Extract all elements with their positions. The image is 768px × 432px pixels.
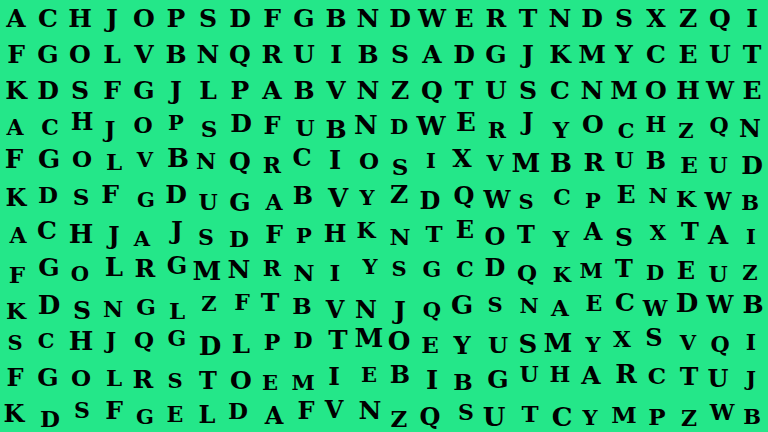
grid-cell-r6c7[interactable]: U [192, 180, 224, 216]
grid-cell-r1c9[interactable]: F [256, 0, 288, 36]
grid-cell-r5c18[interactable]: B [544, 144, 576, 180]
grid-cell-r1c21[interactable]: X [640, 0, 672, 36]
grid-cell-r9c16[interactable]: S [480, 288, 512, 324]
grid-cell-r6c3[interactable]: S [64, 180, 96, 216]
letter-glyph: P [231, 78, 250, 103]
grid-cell-r10c3[interactable]: H [64, 324, 96, 360]
grid-cell-r3c20[interactable]: M [608, 72, 640, 108]
grid-cell-r4c9[interactable]: F [256, 108, 288, 144]
grid-cell-r11c2[interactable]: G [32, 360, 64, 396]
grid-cell-r2c16[interactable]: G [480, 36, 512, 72]
grid-cell-r7c12[interactable]: K [352, 216, 384, 252]
grid-cell-r4c2[interactable]: C [32, 108, 64, 144]
grid-cell-r6c13[interactable]: Z [384, 180, 416, 216]
grid-cell-r11c6[interactable]: S [160, 360, 192, 396]
grid-cell-r7c16[interactable]: O [480, 216, 512, 252]
grid-cell-r6c11[interactable]: V [320, 180, 352, 216]
grid-cell-r3c2[interactable]: D [32, 72, 64, 108]
grid-cell-r2c2[interactable]: G [32, 36, 64, 72]
grid-cell-r2c11[interactable]: I [320, 36, 352, 72]
grid-cell-r12c24[interactable]: B [736, 396, 768, 432]
grid-cell-r3c15[interactable]: T [448, 72, 480, 108]
grid-cell-r9c15[interactable]: G [448, 288, 480, 324]
grid-cell-r3c11[interactable]: V [320, 72, 352, 108]
grid-cell-r9c18[interactable]: A [544, 288, 576, 324]
grid-cell-r7c4[interactable]: J [96, 216, 128, 252]
grid-cell-r12c8[interactable]: D [224, 396, 256, 432]
grid-cell-r5c16[interactable]: V [480, 144, 512, 180]
grid-cell-r7c5[interactable]: A [128, 216, 160, 252]
grid-cell-r11c18[interactable]: H [544, 360, 576, 396]
grid-cell-r5c19[interactable]: R [576, 144, 608, 180]
grid-cell-r12c7[interactable]: L [192, 396, 224, 432]
grid-cell-r7c6[interactable]: J [160, 216, 192, 252]
grid-cell-r9c1[interactable]: K [0, 288, 32, 324]
grid-cell-r11c8[interactable]: O [224, 360, 256, 396]
grid-cell-r4c3[interactable]: H [64, 108, 96, 144]
grid-cell-r6c15[interactable]: Q [448, 180, 480, 216]
grid-cell-r9c19[interactable]: E [576, 288, 608, 324]
grid-cell-r6c9[interactable]: A [256, 180, 288, 216]
grid-cell-r2c15[interactable]: D [448, 36, 480, 72]
grid-cell-r6c1[interactable]: K [0, 180, 32, 216]
grid-cell-r11c9[interactable]: E [256, 360, 288, 396]
grid-cell-r1c10[interactable]: G [288, 0, 320, 36]
grid-cell-r9c20[interactable]: C [608, 288, 640, 324]
grid-cell-r2c20[interactable]: Y [608, 36, 640, 72]
grid-cell-r11c23[interactable]: U [704, 360, 736, 396]
letter-glyph: Z [679, 6, 697, 31]
grid-cell-r4c23[interactable]: Q [704, 108, 736, 144]
grid-cell-r12c12[interactable]: N [352, 396, 384, 432]
grid-cell-r9c11[interactable]: V [320, 288, 352, 324]
grid-cell-r6c24[interactable]: B [736, 180, 768, 216]
grid-cell-r12c19[interactable]: Y [576, 396, 608, 432]
grid-cell-r9c7[interactable]: Z [192, 288, 224, 324]
grid-cell-r6c2[interactable]: D [32, 180, 64, 216]
grid-cell-r6c4[interactable]: F [96, 180, 128, 216]
grid-cell-r6c16[interactable]: W [480, 180, 512, 216]
grid-cell-r8c22[interactable]: E [672, 252, 704, 288]
grid-cell-r4c12[interactable]: N [352, 108, 384, 144]
grid-cell-r4c15[interactable]: E [448, 108, 480, 144]
grid-cell-r8c14[interactable]: G [416, 252, 448, 288]
grid-cell-r1c4[interactable]: J [96, 0, 128, 36]
grid-cell-r10c4[interactable]: J [96, 324, 128, 360]
grid-cell-r5c23[interactable]: U [704, 144, 736, 180]
grid-cell-r1c20[interactable]: S [608, 0, 640, 36]
grid-cell-r8c15[interactable]: C [448, 252, 480, 288]
grid-cell-r9c3[interactable]: S [64, 288, 96, 324]
grid-cell-r11c17[interactable]: U [512, 360, 544, 396]
grid-cell-r1c13[interactable]: D [384, 0, 416, 36]
grid-cell-r9c8[interactable]: F [224, 288, 256, 324]
grid-cell-r10c8[interactable]: L [224, 324, 256, 360]
grid-cell-r7c2[interactable]: C [32, 216, 64, 252]
grid-cell-r12c16[interactable]: U [480, 396, 512, 432]
grid-cell-r12c11[interactable]: V [320, 396, 352, 432]
grid-cell-r9c9[interactable]: T [256, 288, 288, 324]
grid-cell-r7c18[interactable]: Y [544, 216, 576, 252]
grid-cell-r9c22[interactable]: D [672, 288, 704, 324]
grid-cell-r5c22[interactable]: E [672, 144, 704, 180]
grid-cell-r11c19[interactable]: A [576, 360, 608, 396]
grid-cell-r3c8[interactable]: P [224, 72, 256, 108]
letter-glyph: F [263, 6, 281, 31]
grid-cell-r1c6[interactable]: P [160, 0, 192, 36]
grid-cell-r11c14[interactable]: I [416, 360, 448, 396]
grid-cell-r12c1[interactable]: K [0, 396, 32, 432]
grid-cell-r9c10[interactable]: B [288, 288, 320, 324]
grid-cell-r9c12[interactable]: N [352, 288, 384, 324]
grid-cell-r6c6[interactable]: D [160, 180, 192, 216]
grid-cell-r4c1[interactable]: A [0, 108, 32, 144]
grid-cell-r1c2[interactable]: C [32, 0, 64, 36]
grid-cell-r3c17[interactable]: S [512, 72, 544, 108]
grid-cell-r3c21[interactable]: O [640, 72, 672, 108]
grid-cell-r8c11[interactable]: I [320, 252, 352, 288]
grid-cell-r8c12[interactable]: Y [352, 252, 384, 288]
grid-cell-r5c15[interactable]: X [448, 144, 480, 180]
grid-cell-r11c5[interactable]: R [128, 360, 160, 396]
grid-cell-r4c20[interactable]: C [608, 108, 640, 144]
letter-glyph: X [646, 6, 665, 31]
grid-cell-r1c23[interactable]: Q [704, 0, 736, 36]
grid-cell-r8c9[interactable]: R [256, 252, 288, 288]
grid-cell-r5c9[interactable]: R [256, 144, 288, 180]
grid-cell-r4c14[interactable]: W [416, 108, 448, 144]
grid-cell-r5c8[interactable]: Q [224, 144, 256, 180]
grid-cell-r11c11[interactable]: I [320, 360, 352, 396]
grid-cell-r2c6[interactable]: B [160, 36, 192, 72]
grid-cell-r1c7[interactable]: S [192, 0, 224, 36]
grid-cell-r7c1[interactable]: A [0, 216, 32, 252]
grid-cell-r7c8[interactable]: D [224, 216, 256, 252]
grid-cell-r10c23[interactable]: Q [704, 324, 736, 360]
grid-cell-r7c13[interactable]: N [384, 216, 416, 252]
grid-cell-r11c24[interactable]: J [736, 360, 768, 396]
grid-cell-r9c5[interactable]: G [128, 288, 160, 324]
grid-cell-r10c5[interactable]: Q [128, 324, 160, 360]
letter-glyph: T [455, 78, 474, 103]
grid-cell-r2c17[interactable]: J [512, 36, 544, 72]
grid-cell-r2c9[interactable]: R [256, 36, 288, 72]
grid-cell-r11c4[interactable]: L [96, 360, 128, 396]
grid-cell-r4c11[interactable]: B [320, 108, 352, 144]
grid-cell-r11c12[interactable]: E [352, 360, 384, 396]
grid-cell-r6c22[interactable]: K [672, 180, 704, 216]
grid-cell-r4c10[interactable]: U [288, 108, 320, 144]
grid-cell-r6c12[interactable]: Y [352, 180, 384, 216]
grid-cell-r4c13[interactable]: D [384, 108, 416, 144]
grid-cell-r8c8[interactable]: N [224, 252, 256, 288]
grid-cell-r2c21[interactable]: C [640, 36, 672, 72]
grid-cell-r7c9[interactable]: F [256, 216, 288, 252]
grid-cell-r1c3[interactable]: H [64, 0, 96, 36]
grid-cell-r7c14[interactable]: T [416, 216, 448, 252]
grid-cell-r12c23[interactable]: W [704, 396, 736, 432]
grid-cell-r5c6[interactable]: B [160, 144, 192, 180]
grid-cell-r12c22[interactable]: Z [672, 396, 704, 432]
grid-cell-r5c1[interactable]: F [0, 144, 32, 180]
grid-cell-r5c13[interactable]: S [384, 144, 416, 180]
grid-cell-r8c3[interactable]: O [64, 252, 96, 288]
grid-cell-r3c18[interactable]: C [544, 72, 576, 108]
grid-cell-r12c5[interactable]: G [128, 396, 160, 432]
grid-cell-r9c23[interactable]: W [704, 288, 736, 324]
grid-cell-r11c13[interactable]: B [384, 360, 416, 396]
grid-cell-r5c24[interactable]: D [736, 144, 768, 180]
grid-cell-r5c11[interactable]: I [320, 144, 352, 180]
grid-cell-r8c13[interactable]: S [384, 252, 416, 288]
grid-cell-r11c1[interactable]: F [0, 360, 32, 396]
grid-cell-r5c14[interactable]: I [416, 144, 448, 180]
grid-cell-r11c3[interactable]: O [64, 360, 96, 396]
grid-cell-r7c7[interactable]: S [192, 216, 224, 252]
grid-cell-r2c5[interactable]: V [128, 36, 160, 72]
letter-glyph: S [519, 331, 538, 357]
grid-cell-r2c14[interactable]: A [416, 36, 448, 72]
grid-cell-r3c4[interactable]: F [96, 72, 128, 108]
grid-cell-r12c21[interactable]: P [640, 396, 672, 432]
grid-cell-r3c6[interactable]: J [160, 72, 192, 108]
letter-glyph: D [38, 292, 61, 318]
grid-cell-r10c13[interactable]: O [384, 324, 416, 360]
grid-cell-r2c1[interactable]: F [0, 36, 32, 72]
grid-cell-r8c6[interactable]: G [160, 252, 192, 288]
grid-cell-r12c4[interactable]: F [96, 396, 128, 432]
grid-cell-r4c18[interactable]: Y [544, 108, 576, 144]
grid-cell-r5c21[interactable]: B [640, 144, 672, 180]
grid-cell-r10c1[interactable]: S [0, 324, 32, 360]
grid-cell-r10c14[interactable]: E [416, 324, 448, 360]
grid-cell-r4c4[interactable]: J [96, 108, 128, 144]
grid-cell-r6c5[interactable]: G [128, 180, 160, 216]
grid-cell-r12c15[interactable]: S [448, 396, 480, 432]
grid-cell-r6c17[interactable]: S [512, 180, 544, 216]
grid-cell-r7c17[interactable]: T [512, 216, 544, 252]
grid-cell-r2c13[interactable]: S [384, 36, 416, 72]
grid-cell-r5c2[interactable]: G [32, 144, 64, 180]
grid-cell-r3c23[interactable]: W [704, 72, 736, 108]
grid-cell-r3c1[interactable]: K [0, 72, 32, 108]
grid-cell-r10c6[interactable]: G [160, 324, 192, 360]
grid-cell-r1c16[interactable]: R [480, 0, 512, 36]
grid-cell-r6c23[interactable]: W [704, 180, 736, 216]
grid-cell-r2c7[interactable]: N [192, 36, 224, 72]
grid-cell-r10c16[interactable]: U [480, 324, 512, 360]
grid-cell-r8c2[interactable]: G [32, 252, 64, 288]
grid-cell-r7c20[interactable]: S [608, 216, 640, 252]
grid-cell-r3c10[interactable]: B [288, 72, 320, 108]
letter-glyph: F [297, 399, 314, 423]
grid-cell-r2c22[interactable]: E [672, 36, 704, 72]
grid-cell-r6c8[interactable]: G [224, 180, 256, 216]
grid-cell-r3c22[interactable]: H [672, 72, 704, 108]
grid-cell-r10c17[interactable]: S [512, 324, 544, 360]
grid-cell-r11c10[interactable]: M [288, 360, 320, 396]
grid-cell-r1c14[interactable]: W [416, 0, 448, 36]
grid-cell-r2c18[interactable]: K [544, 36, 576, 72]
grid-cell-r7c19[interactable]: A [576, 216, 608, 252]
grid-cell-r7c24[interactable]: I [736, 216, 768, 252]
grid-cell-r10c12[interactable]: M [352, 324, 384, 360]
grid-cell-r2c3[interactable]: O [64, 36, 96, 72]
grid-cell-r7c3[interactable]: H [64, 216, 96, 252]
letter-glyph: D [40, 407, 60, 430]
grid-cell-r7c15[interactable]: E [448, 216, 480, 252]
grid-cell-r4c7[interactable]: S [192, 108, 224, 144]
grid-cell-r9c14[interactable]: Q [416, 288, 448, 324]
grid-cell-r10c22[interactable]: V [672, 324, 704, 360]
grid-cell-r9c2[interactable]: D [32, 288, 64, 324]
grid-cell-r3c16[interactable]: U [480, 72, 512, 108]
grid-cell-r4c5[interactable]: O [128, 108, 160, 144]
grid-cell-r7c10[interactable]: P [288, 216, 320, 252]
grid-cell-r1c24[interactable]: I [736, 0, 768, 36]
grid-cell-r8c10[interactable]: N [288, 252, 320, 288]
grid-cell-r9c6[interactable]: L [160, 288, 192, 324]
grid-cell-r11c21[interactable]: C [640, 360, 672, 396]
grid-cell-r2c19[interactable]: M [576, 36, 608, 72]
grid-cell-r3c9[interactable]: A [256, 72, 288, 108]
grid-cell-r3c13[interactable]: Z [384, 72, 416, 108]
grid-cell-r8c24[interactable]: Z [736, 252, 768, 288]
grid-cell-r2c24[interactable]: T [736, 36, 768, 72]
grid-cell-r12c13[interactable]: Z [384, 396, 416, 432]
grid-cell-r10c21[interactable]: S [640, 324, 672, 360]
grid-cell-r3c7[interactable]: L [192, 72, 224, 108]
letter-glyph: G [167, 254, 188, 278]
grid-cell-r1c11[interactable]: B [320, 0, 352, 36]
grid-cell-r4c17[interactable]: J [512, 108, 544, 144]
grid-cell-r7c11[interactable]: H [320, 216, 352, 252]
grid-cell-r5c17[interactable]: M [512, 144, 544, 180]
grid-cell-r5c4[interactable]: L [96, 144, 128, 180]
grid-cell-r12c6[interactable]: E [160, 396, 192, 432]
grid-cell-r1c17[interactable]: T [512, 0, 544, 36]
grid-cell-r12c20[interactable]: M [608, 396, 640, 432]
letter-glyph: D [646, 262, 664, 283]
grid-cell-r1c19[interactable]: D [576, 0, 608, 36]
grid-cell-r4c21[interactable]: H [640, 108, 672, 144]
grid-cell-r11c15[interactable]: B [448, 360, 480, 396]
grid-cell-r2c12[interactable]: B [352, 36, 384, 72]
grid-cell-r10c18[interactable]: M [544, 324, 576, 360]
grid-cell-r4c8[interactable]: D [224, 108, 256, 144]
grid-cell-r3c19[interactable]: N [576, 72, 608, 108]
grid-cell-r1c12[interactable]: N [352, 0, 384, 36]
grid-cell-r11c7[interactable]: T [192, 360, 224, 396]
grid-cell-r7c23[interactable]: A [704, 216, 736, 252]
grid-cell-r1c1[interactable]: A [0, 0, 32, 36]
grid-cell-r6c20[interactable]: E [608, 180, 640, 216]
grid-cell-r9c13[interactable]: J [384, 288, 416, 324]
grid-cell-r10c10[interactable]: D [288, 324, 320, 360]
grid-cell-r10c15[interactable]: Y [448, 324, 480, 360]
grid-cell-r8c20[interactable]: T [608, 252, 640, 288]
grid-cell-r4c6[interactable]: P [160, 108, 192, 144]
grid-cell-r12c2[interactable]: D [32, 396, 64, 432]
grid-cell-r12c3[interactable]: S [64, 396, 96, 432]
grid-cell-r10c9[interactable]: P [256, 324, 288, 360]
grid-cell-r10c7[interactable]: D [192, 324, 224, 360]
grid-cell-r2c4[interactable]: L [96, 36, 128, 72]
grid-cell-r6c19[interactable]: P [576, 180, 608, 216]
grid-cell-r10c19[interactable]: Y [576, 324, 608, 360]
grid-cell-r4c19[interactable]: O [576, 108, 608, 144]
grid-cell-r10c11[interactable]: T [320, 324, 352, 360]
grid-cell-r1c5[interactable]: O [128, 0, 160, 36]
grid-cell-r2c10[interactable]: U [288, 36, 320, 72]
grid-cell-r4c16[interactable]: R [480, 108, 512, 144]
grid-cell-r12c9[interactable]: A [256, 396, 288, 432]
grid-cell-r8c21[interactable]: D [640, 252, 672, 288]
grid-cell-r1c18[interactable]: N [544, 0, 576, 36]
grid-cell-r1c15[interactable]: E [448, 0, 480, 36]
grid-cell-r12c18[interactable]: C [544, 396, 576, 432]
grid-cell-r3c14[interactable]: Q [416, 72, 448, 108]
grid-cell-r8c16[interactable]: D [480, 252, 512, 288]
grid-cell-r8c1[interactable]: F [0, 252, 32, 288]
grid-cell-r3c3[interactable]: S [64, 72, 96, 108]
grid-cell-r6c21[interactable]: N [640, 180, 672, 216]
grid-cell-r8c19[interactable]: M [576, 252, 608, 288]
grid-cell-r10c24[interactable]: I [736, 324, 768, 360]
grid-cell-r12c14[interactable]: Q [416, 396, 448, 432]
grid-cell-r10c2[interactable]: C [32, 324, 64, 360]
grid-cell-r11c20[interactable]: R [608, 360, 640, 396]
grid-cell-r8c17[interactable]: Q [512, 252, 544, 288]
grid-cell-r6c18[interactable]: C [544, 180, 576, 216]
grid-cell-r11c22[interactable]: T [672, 360, 704, 396]
grid-cell-r8c23[interactable]: U [704, 252, 736, 288]
grid-cell-r8c18[interactable]: K [544, 252, 576, 288]
grid-cell-r3c12[interactable]: N [352, 72, 384, 108]
grid-cell-r5c3[interactable]: O [64, 144, 96, 180]
grid-cell-r2c23[interactable]: U [704, 36, 736, 72]
grid-cell-r9c21[interactable]: W [640, 288, 672, 324]
grid-cell-r9c24[interactable]: B [736, 288, 768, 324]
grid-cell-r10c20[interactable]: X [608, 324, 640, 360]
grid-cell-r12c17[interactable]: T [512, 396, 544, 432]
grid-cell-r7c21[interactable]: X [640, 216, 672, 252]
grid-cell-r7c22[interactable]: T [672, 216, 704, 252]
grid-cell-r8c4[interactable]: L [96, 252, 128, 288]
grid-cell-r8c7[interactable]: M [192, 252, 224, 288]
grid-cell-r2c8[interactable]: Q [224, 36, 256, 72]
grid-cell-r3c24[interactable]: E [736, 72, 768, 108]
grid-cell-r5c20[interactable]: U [608, 144, 640, 180]
grid-cell-r4c24[interactable]: N [736, 108, 768, 144]
grid-cell-r1c22[interactable]: Z [672, 0, 704, 36]
grid-cell-r9c17[interactable]: N [512, 288, 544, 324]
grid-cell-r9c4[interactable]: N [96, 288, 128, 324]
grid-cell-r3c5[interactable]: G [128, 72, 160, 108]
grid-cell-r5c7[interactable]: N [192, 144, 224, 180]
grid-cell-r4c22[interactable]: Z [672, 108, 704, 144]
grid-cell-r6c14[interactable]: D [416, 180, 448, 216]
grid-cell-r12c10[interactable]: F [288, 396, 320, 432]
letter-glyph: F [265, 222, 283, 247]
grid-cell-r5c5[interactable]: V [128, 144, 160, 180]
grid-cell-r5c10[interactable]: C [288, 144, 320, 180]
grid-cell-r5c12[interactable]: O [352, 144, 384, 180]
grid-cell-r11c16[interactable]: G [480, 360, 512, 396]
grid-cell-r1c8[interactable]: D [224, 0, 256, 36]
grid-cell-r8c5[interactable]: R [128, 252, 160, 288]
grid-cell-r6c10[interactable]: B [288, 180, 320, 216]
